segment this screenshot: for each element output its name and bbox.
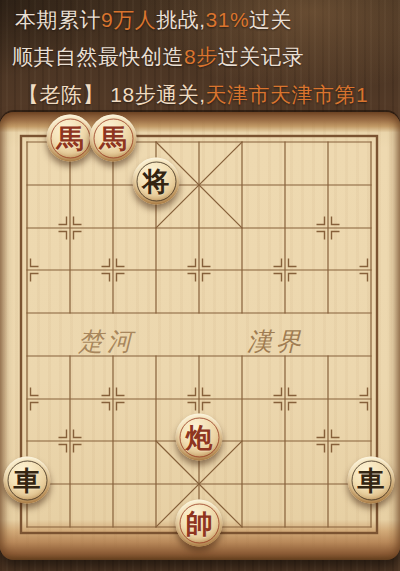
piece-char: 車 [14,466,41,493]
record-steps: 8步 [184,45,218,68]
pass-rate: 31% [206,8,250,31]
stats-suffix: 过关 [249,8,292,31]
piece-char: 将 [143,167,170,194]
stats-mid: 挑战, [156,8,205,31]
record-holder-name: 【老陈】 18步通关, [18,83,206,106]
record-suffix: 过关记录 [218,45,304,68]
screen: { "app_context": "xiangqi daily challeng… [0,0,400,571]
record-holder-region: 天津市天津市第1 [206,83,369,106]
piece-char: 馬 [100,124,127,151]
piece-black-general-d2[interactable]: 将 [133,158,180,205]
stats-line-challengers: 本期累计9万人挑战,31%过关 [15,6,292,34]
challenge-stats-header: 本期累计9万人挑战,31%过关 顺其自然最快创造8步过关记录 【老陈】 18步通… [0,0,400,112]
stats-line-record: 顺其自然最快创造8步过关记录 [12,43,304,71]
piece-red-horse-c1[interactable]: 馬 [90,115,137,162]
xiangqi-board[interactable] [0,112,400,560]
challenger-count: 9万人 [101,8,156,31]
piece-char: 炮 [186,423,213,450]
piece-char: 馬 [57,124,84,151]
piece-red-horse-b1[interactable]: 馬 [47,115,94,162]
piece-black-chariot-i9[interactable]: 車 [348,457,395,504]
stats-prefix: 本期累计 [15,8,101,31]
piece-red-cannon-e8[interactable]: 炮 [176,414,223,461]
piece-char: 帥 [186,509,213,536]
piece-black-chariot-a9[interactable]: 車 [4,457,51,504]
stats-line-holder: 【老陈】 18步通关,天津市天津市第1 [18,81,368,109]
record-prefix: 顺其自然最快创造 [12,45,184,68]
piece-char: 車 [358,466,385,493]
piece-red-general-e10[interactable]: 帥 [176,500,223,547]
